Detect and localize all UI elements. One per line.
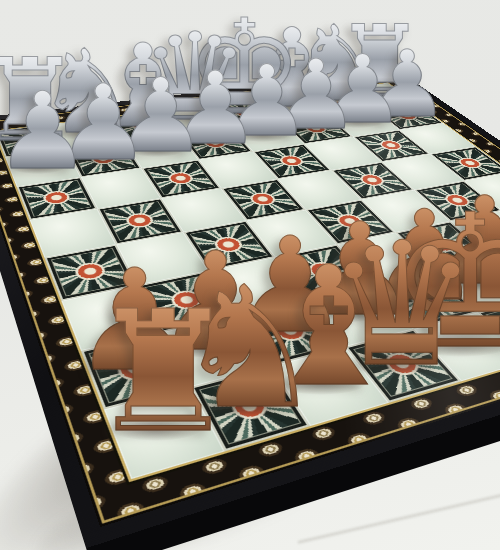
square-b1 bbox=[191, 366, 310, 451]
square-h7 bbox=[372, 102, 444, 130]
square-d5 bbox=[221, 179, 306, 221]
square-c8 bbox=[108, 111, 179, 142]
chess-set-photo: ♜♞♝♛♚♝♞♜♟♟♟♟♟♟♟♟♟♟♟♟♟♟♟♟♜♞♝♛♚♝♞♜ bbox=[0, 0, 500, 550]
square-d6 bbox=[199, 152, 278, 189]
square-a3 bbox=[61, 285, 162, 351]
square-e3 bbox=[337, 233, 434, 284]
square-g8 bbox=[303, 88, 372, 114]
square-a7 bbox=[5, 149, 81, 187]
square-f6 bbox=[304, 137, 382, 171]
square-d4 bbox=[246, 210, 337, 257]
square-c6 bbox=[141, 160, 221, 199]
square-a5 bbox=[30, 209, 116, 258]
square-h5 bbox=[430, 146, 500, 180]
square-e4 bbox=[306, 200, 396, 245]
square-c5 bbox=[161, 188, 246, 232]
square-f7 bbox=[280, 114, 353, 144]
square-h8 bbox=[346, 83, 414, 108]
square-e6 bbox=[253, 144, 331, 179]
square-c7 bbox=[124, 134, 199, 168]
square-d3 bbox=[275, 244, 373, 298]
square-e8 bbox=[210, 99, 280, 127]
square-b8 bbox=[53, 117, 124, 149]
square-g4 bbox=[414, 181, 500, 222]
square-a6 bbox=[17, 177, 98, 220]
square-g5 bbox=[382, 154, 464, 190]
square-c3 bbox=[209, 257, 308, 315]
square-d2 bbox=[308, 284, 414, 347]
square-f1 bbox=[478, 297, 500, 362]
square-c4 bbox=[183, 221, 275, 271]
square-e7 bbox=[230, 120, 304, 151]
square-g7 bbox=[327, 108, 400, 137]
square-f4 bbox=[361, 190, 450, 233]
square-a4 bbox=[44, 245, 137, 301]
square-h6 bbox=[399, 123, 475, 154]
square-f2 bbox=[434, 257, 500, 313]
square-b4 bbox=[116, 232, 208, 285]
square-f5 bbox=[331, 162, 414, 200]
square-h4 bbox=[464, 172, 500, 211]
square-e2 bbox=[373, 270, 478, 329]
square-b6 bbox=[81, 168, 161, 209]
square-g2 bbox=[491, 244, 500, 297]
square-d8 bbox=[160, 105, 230, 134]
square-b5 bbox=[97, 198, 183, 244]
square-f8 bbox=[258, 93, 327, 120]
square-b3 bbox=[138, 271, 238, 332]
square-e1 bbox=[414, 312, 500, 381]
square-a1 bbox=[104, 387, 225, 479]
square-b7 bbox=[66, 141, 141, 177]
square-f3 bbox=[395, 221, 491, 270]
board-grid bbox=[0, 83, 500, 479]
square-c2 bbox=[238, 299, 346, 366]
square-a8 bbox=[0, 124, 66, 157]
square-e5 bbox=[278, 170, 362, 210]
square-a2 bbox=[81, 332, 191, 409]
square-g6 bbox=[353, 130, 430, 162]
square-g3 bbox=[450, 211, 500, 257]
square-c1 bbox=[271, 347, 389, 426]
square-d1 bbox=[345, 329, 461, 403]
square-b2 bbox=[162, 315, 271, 387]
square-d7 bbox=[179, 127, 253, 160]
